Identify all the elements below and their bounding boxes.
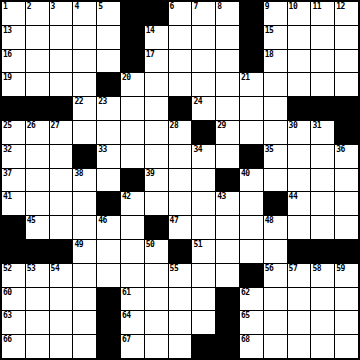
clue-number: 13	[3, 26, 12, 35]
cell-r4c11[interactable]: 21	[240, 73, 263, 96]
clue-number: 29	[217, 121, 226, 130]
block-cell-r5c1	[2, 97, 25, 120]
cell-r8c5[interactable]	[97, 169, 120, 192]
cell-r12c5[interactable]	[97, 264, 120, 287]
cell-r8c8[interactable]	[169, 169, 192, 192]
cell-r2c12[interactable]: 15	[264, 26, 287, 49]
block-cell-r13c5	[97, 288, 120, 311]
clue-number: 50	[146, 240, 155, 249]
cell-r6c11[interactable]	[240, 121, 263, 144]
cell-r10c9[interactable]	[192, 216, 215, 239]
cell-r9c13[interactable]: 44	[288, 192, 311, 215]
cell-r14c1[interactable]: 63	[2, 311, 25, 334]
cell-r15c7[interactable]	[145, 335, 168, 358]
cell-r9c2[interactable]	[26, 192, 49, 215]
clue-number: 18	[265, 50, 274, 59]
block-cell-r5c2	[26, 97, 49, 120]
cell-r3c1[interactable]: 16	[2, 50, 25, 73]
cell-r15c14[interactable]	[311, 335, 334, 358]
clue-number: 30	[289, 121, 298, 130]
cell-r11c12[interactable]	[264, 240, 287, 263]
clue-number: 27	[51, 121, 60, 130]
block-cell-r15c10	[216, 335, 239, 358]
cell-r5c11[interactable]	[240, 97, 263, 120]
cell-r4c8[interactable]	[169, 73, 192, 96]
cell-r14c7[interactable]	[145, 311, 168, 334]
cell-r8c3[interactable]	[50, 169, 73, 192]
block-cell-r5c14	[311, 97, 334, 120]
cell-r5c6[interactable]	[121, 97, 144, 120]
cell-r1c8[interactable]: 6	[169, 2, 192, 25]
block-cell-r14c10	[216, 311, 239, 334]
block-cell-r5c3	[50, 97, 73, 120]
cell-r10c6[interactable]	[121, 216, 144, 239]
block-cell-r4c5	[97, 73, 120, 96]
cell-r3c12[interactable]: 18	[264, 50, 287, 73]
cell-r1c5[interactable]: 5	[97, 2, 120, 25]
cell-r9c9[interactable]	[192, 192, 215, 215]
cell-r12c1[interactable]: 52	[2, 264, 25, 287]
block-cell-r2c11	[240, 26, 263, 49]
cell-r13c13[interactable]	[288, 288, 311, 311]
clue-number: 38	[74, 169, 83, 178]
clue-number: 26	[27, 121, 36, 130]
cell-r3c8[interactable]	[169, 50, 192, 73]
block-cell-r10c1	[2, 216, 25, 239]
cell-r2c10[interactable]	[216, 26, 239, 49]
clue-number: 56	[265, 264, 274, 273]
cell-r6c5[interactable]	[97, 121, 120, 144]
cell-r5c12[interactable]	[264, 97, 287, 120]
cell-r7c1[interactable]: 32	[2, 145, 25, 168]
block-cell-r8c10	[216, 169, 239, 192]
cell-r1c10[interactable]: 8	[216, 2, 239, 25]
cell-r6c6[interactable]	[121, 121, 144, 144]
cell-r1c12[interactable]: 9	[264, 2, 287, 25]
cell-r11c10[interactable]	[216, 240, 239, 263]
cell-r4c3[interactable]	[50, 73, 73, 96]
cell-r10c4[interactable]	[73, 216, 96, 239]
cell-r14c9[interactable]	[192, 311, 215, 334]
cell-r2c1[interactable]: 13	[2, 26, 25, 49]
cell-r12c10[interactable]	[216, 264, 239, 287]
clue-number: 51	[193, 240, 202, 249]
clue-number: 4	[74, 2, 78, 11]
clue-number: 28	[170, 121, 179, 130]
cell-r1c1[interactable]: 1	[2, 2, 25, 25]
cell-r5c9[interactable]: 24	[192, 97, 215, 120]
cell-r3c10[interactable]	[216, 50, 239, 73]
cell-r9c15[interactable]	[335, 192, 358, 215]
block-cell-r12c11	[240, 264, 263, 287]
cell-r6c13[interactable]: 30	[288, 121, 311, 144]
clue-number: 62	[241, 288, 250, 297]
clue-number: 41	[3, 192, 12, 201]
cell-r7c9[interactable]: 34	[192, 145, 215, 168]
cell-r14c11[interactable]: 65	[240, 311, 263, 334]
clue-number: 31	[312, 121, 321, 130]
cell-r9c4[interactable]	[73, 192, 96, 215]
clue-number: 42	[122, 192, 131, 201]
cell-r15c3[interactable]	[50, 335, 73, 358]
clue-number: 11	[312, 2, 321, 11]
cell-r1c4[interactable]: 4	[73, 2, 96, 25]
block-cell-r5c15	[335, 97, 358, 120]
block-cell-r13c10	[216, 288, 239, 311]
cell-r2c9[interactable]	[192, 26, 215, 49]
cell-r10c8[interactable]: 47	[169, 216, 192, 239]
cell-r4c4[interactable]	[73, 73, 96, 96]
cell-r4c15[interactable]	[335, 73, 358, 96]
cell-r7c6[interactable]	[121, 145, 144, 168]
clue-number: 5	[98, 2, 102, 11]
cell-r12c6[interactable]	[121, 264, 144, 287]
block-cell-r15c9	[192, 335, 215, 358]
clue-number: 24	[193, 97, 202, 106]
cell-r14c2[interactable]	[26, 311, 49, 334]
clue-number: 47	[170, 216, 179, 225]
block-cell-r8c6	[121, 169, 144, 192]
cell-r10c3[interactable]	[50, 216, 73, 239]
block-cell-r6c15	[335, 121, 358, 144]
crossword-grid: 1234567891011121314151617181920212223242…	[0, 0, 360, 360]
clue-number: 8	[217, 2, 221, 11]
clue-number: 66	[3, 335, 12, 344]
cell-r8c1[interactable]: 37	[2, 169, 25, 192]
clue-number: 37	[3, 169, 12, 178]
cell-r6c7[interactable]	[145, 121, 168, 144]
clue-number: 53	[27, 264, 36, 273]
cell-r14c3[interactable]	[50, 311, 73, 334]
clue-number: 22	[74, 97, 83, 106]
clue-number: 15	[265, 26, 274, 35]
cell-r14c6[interactable]: 64	[121, 311, 144, 334]
cell-r3c7[interactable]: 17	[145, 50, 168, 73]
clue-number: 59	[336, 264, 345, 273]
cell-r15c6[interactable]: 67	[121, 335, 144, 358]
cell-r4c12[interactable]	[264, 73, 287, 96]
block-cell-r5c8	[169, 97, 192, 120]
cell-r4c6[interactable]: 20	[121, 73, 144, 96]
cell-r13c14[interactable]	[311, 288, 334, 311]
cell-r13c15[interactable]	[335, 288, 358, 311]
clue-number: 36	[336, 145, 345, 154]
clue-number: 44	[289, 192, 298, 201]
cell-r13c2[interactable]	[26, 288, 49, 311]
cell-r1c14[interactable]: 11	[311, 2, 334, 25]
clue-number: 10	[289, 2, 298, 11]
cell-r7c2[interactable]	[26, 145, 49, 168]
cell-r9c10[interactable]: 43	[216, 192, 239, 215]
clue-number: 57	[289, 264, 298, 273]
clue-number: 52	[3, 264, 12, 273]
cell-r4c7[interactable]	[145, 73, 168, 96]
block-cell-r2c6	[121, 26, 144, 49]
cell-r10c5[interactable]: 46	[97, 216, 120, 239]
cell-r9c1[interactable]: 41	[2, 192, 25, 215]
cell-r14c4[interactable]	[73, 311, 96, 334]
block-cell-r14c5	[97, 311, 120, 334]
cell-r2c5[interactable]	[97, 26, 120, 49]
cell-r7c13[interactable]	[288, 145, 311, 168]
cell-r14c15[interactable]	[335, 311, 358, 334]
cell-r8c9[interactable]	[192, 169, 215, 192]
clue-number: 67	[122, 335, 131, 344]
cell-r9c6[interactable]: 42	[121, 192, 144, 215]
cell-r13c1[interactable]: 60	[2, 288, 25, 311]
block-cell-r11c3	[50, 240, 73, 263]
cell-r11c6[interactable]	[121, 240, 144, 263]
cell-r15c12[interactable]	[264, 335, 287, 358]
cell-r4c2[interactable]	[26, 73, 49, 96]
cell-r13c9[interactable]	[192, 288, 215, 311]
cell-r8c15[interactable]	[335, 169, 358, 192]
clue-number: 48	[265, 216, 274, 225]
cell-r11c5[interactable]	[97, 240, 120, 263]
cell-r12c14[interactable]: 58	[311, 264, 334, 287]
cell-r8c4[interactable]: 38	[73, 169, 96, 192]
cell-r12c3[interactable]: 54	[50, 264, 73, 287]
cell-r7c7[interactable]	[145, 145, 168, 168]
clue-number: 23	[98, 97, 107, 106]
cell-r12c8[interactable]: 55	[169, 264, 192, 287]
cell-r10c2[interactable]: 45	[26, 216, 49, 239]
cell-r9c3[interactable]	[50, 192, 73, 215]
cell-r6c1[interactable]: 25	[2, 121, 25, 144]
clue-number: 64	[122, 311, 131, 320]
cell-r10c14[interactable]	[311, 216, 334, 239]
cell-r12c13[interactable]: 57	[288, 264, 311, 287]
block-cell-r3c11	[240, 50, 263, 73]
cell-r12c15[interactable]: 59	[335, 264, 358, 287]
block-cell-r11c14	[311, 240, 334, 263]
clue-number: 17	[146, 50, 155, 59]
cell-r2c3[interactable]	[50, 26, 73, 49]
cell-r3c9[interactable]	[192, 50, 215, 73]
clue-number: 25	[3, 121, 12, 130]
clue-number: 34	[193, 145, 202, 154]
cell-r12c9[interactable]	[192, 264, 215, 287]
clue-number: 63	[3, 311, 12, 320]
block-cell-r11c2	[26, 240, 49, 263]
cell-r4c9[interactable]	[192, 73, 215, 96]
cell-r9c7[interactable]	[145, 192, 168, 215]
block-cell-r11c13	[288, 240, 311, 263]
cell-r15c13[interactable]	[288, 335, 311, 358]
clue-number: 54	[51, 264, 60, 273]
cell-r12c2[interactable]: 53	[26, 264, 49, 287]
cell-r8c13[interactable]	[288, 169, 311, 192]
cell-r13c7[interactable]	[145, 288, 168, 311]
block-cell-r11c15	[335, 240, 358, 263]
cell-r6c12[interactable]	[264, 121, 287, 144]
block-cell-r9c12	[264, 192, 287, 215]
clue-number: 33	[98, 145, 107, 154]
cell-r9c8[interactable]	[169, 192, 192, 215]
cell-r6c10[interactable]: 29	[216, 121, 239, 144]
cell-r15c8[interactable]	[169, 335, 192, 358]
clue-number: 58	[312, 264, 321, 273]
clue-number: 1	[3, 2, 7, 11]
clue-number: 7	[193, 2, 197, 11]
cell-r10c15[interactable]	[335, 216, 358, 239]
cell-r15c1[interactable]: 66	[2, 335, 25, 358]
clue-number: 12	[336, 2, 345, 11]
cell-r5c10[interactable]	[216, 97, 239, 120]
cell-r3c5[interactable]	[97, 50, 120, 73]
cell-r11c4[interactable]: 49	[73, 240, 96, 263]
cell-r13c11[interactable]: 62	[240, 288, 263, 311]
clue-number: 16	[3, 50, 12, 59]
cell-r15c15[interactable]	[335, 335, 358, 358]
cell-r3c13[interactable]	[288, 50, 311, 73]
cell-r8c14[interactable]	[311, 169, 334, 192]
cell-r6c14[interactable]: 31	[311, 121, 334, 144]
cell-r1c9[interactable]: 7	[192, 2, 215, 25]
cell-r14c14[interactable]	[311, 311, 334, 334]
cell-r7c14[interactable]	[311, 145, 334, 168]
clue-number: 20	[122, 73, 131, 82]
cell-r3c14[interactable]	[311, 50, 334, 73]
clue-number: 21	[241, 73, 250, 82]
clue-number: 43	[217, 192, 226, 201]
cell-r6c4[interactable]	[73, 121, 96, 144]
cell-r4c1[interactable]: 19	[2, 73, 25, 96]
cell-r4c14[interactable]	[311, 73, 334, 96]
clue-number: 65	[241, 311, 250, 320]
clue-number: 55	[170, 264, 179, 273]
block-cell-r3c6	[121, 50, 144, 73]
cell-r6c2[interactable]: 26	[26, 121, 49, 144]
cell-r2c8[interactable]	[169, 26, 192, 49]
cell-r4c13[interactable]	[288, 73, 311, 96]
cell-r13c6[interactable]: 61	[121, 288, 144, 311]
cell-r6c8[interactable]: 28	[169, 121, 192, 144]
clue-number: 14	[146, 26, 155, 35]
cell-r12c4[interactable]	[73, 264, 96, 287]
cell-r13c4[interactable]	[73, 288, 96, 311]
cell-r3c4[interactable]	[73, 50, 96, 73]
cell-r14c8[interactable]	[169, 311, 192, 334]
cell-r1c15[interactable]: 12	[335, 2, 358, 25]
block-cell-r10c7	[145, 216, 168, 239]
cell-r13c12[interactable]	[264, 288, 287, 311]
cell-r2c4[interactable]	[73, 26, 96, 49]
cell-r13c3[interactable]	[50, 288, 73, 311]
cell-r15c2[interactable]	[26, 335, 49, 358]
cell-r15c11[interactable]: 68	[240, 335, 263, 358]
cell-r11c11[interactable]	[240, 240, 263, 263]
cell-r4c10[interactable]	[216, 73, 239, 96]
cell-r2c15[interactable]	[335, 26, 358, 49]
block-cell-r5c13	[288, 97, 311, 120]
block-cell-r7c11	[240, 145, 263, 168]
block-cell-r6c9	[192, 121, 215, 144]
cell-r3c15[interactable]	[335, 50, 358, 73]
cell-r7c12[interactable]: 35	[264, 145, 287, 168]
cell-r12c12[interactable]: 56	[264, 264, 287, 287]
cell-r6c3[interactable]: 27	[50, 121, 73, 144]
clue-number: 6	[170, 2, 174, 11]
cell-r10c10[interactable]	[216, 216, 239, 239]
cell-r10c11[interactable]	[240, 216, 263, 239]
cell-r14c12[interactable]	[264, 311, 287, 334]
clue-number: 61	[122, 288, 131, 297]
cell-r2c13[interactable]	[288, 26, 311, 49]
clue-number: 49	[74, 240, 83, 249]
clue-number: 32	[3, 145, 12, 154]
cell-r3c2[interactable]	[26, 50, 49, 73]
cell-r7c10[interactable]	[216, 145, 239, 168]
cell-r5c5[interactable]: 23	[97, 97, 120, 120]
cell-r8c12[interactable]	[264, 169, 287, 192]
cell-r8c11[interactable]: 40	[240, 169, 263, 192]
cell-r8c2[interactable]	[26, 169, 49, 192]
cell-r9c14[interactable]	[311, 192, 334, 215]
cell-r15c4[interactable]	[73, 335, 96, 358]
block-cell-r15c5	[97, 335, 120, 358]
cell-r5c4[interactable]: 22	[73, 97, 96, 120]
cell-r14c13[interactable]	[288, 311, 311, 334]
clue-number: 9	[265, 2, 269, 11]
cell-r2c14[interactable]	[311, 26, 334, 49]
cell-r1c3[interactable]: 3	[50, 2, 73, 25]
clue-number: 19	[3, 73, 12, 82]
cell-r12c7[interactable]	[145, 264, 168, 287]
cell-r10c12[interactable]: 48	[264, 216, 287, 239]
cell-r2c7[interactable]: 14	[145, 26, 168, 49]
block-cell-r9c5	[97, 192, 120, 215]
cell-r10c13[interactable]	[288, 216, 311, 239]
cell-r8c7[interactable]: 39	[145, 169, 168, 192]
clue-number: 60	[3, 288, 12, 297]
cell-r7c8[interactable]	[169, 145, 192, 168]
block-cell-r1c6	[121, 2, 144, 25]
block-cell-r1c7	[145, 2, 168, 25]
clue-number: 45	[27, 216, 36, 225]
block-cell-r7c4	[73, 145, 96, 168]
cell-r5c7[interactable]	[145, 97, 168, 120]
clue-number: 40	[241, 169, 250, 178]
block-cell-r11c8	[169, 240, 192, 263]
clue-number: 3	[51, 2, 55, 11]
cell-r1c13[interactable]: 10	[288, 2, 311, 25]
cell-r7c15[interactable]: 36	[335, 145, 358, 168]
cell-r7c3[interactable]	[50, 145, 73, 168]
cell-r11c9[interactable]: 51	[192, 240, 215, 263]
block-cell-r11c1	[2, 240, 25, 263]
clue-number: 46	[98, 216, 107, 225]
cell-r1c2[interactable]: 2	[26, 2, 49, 25]
cell-r9c11[interactable]	[240, 192, 263, 215]
cell-r13c8[interactable]	[169, 288, 192, 311]
cell-r11c7[interactable]: 50	[145, 240, 168, 263]
cell-r3c3[interactable]	[50, 50, 73, 73]
clue-number: 35	[265, 145, 274, 154]
cell-r7c5[interactable]: 33	[97, 145, 120, 168]
clue-number: 2	[27, 2, 31, 11]
block-cell-r1c11	[240, 2, 263, 25]
clue-number: 39	[146, 169, 155, 178]
cell-r2c2[interactable]	[26, 26, 49, 49]
clue-number: 68	[241, 335, 250, 344]
